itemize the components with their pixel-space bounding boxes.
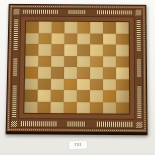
inlay-segment — [13, 59, 17, 76]
inlay-corner-motif — [11, 121, 17, 127]
board-square — [38, 78, 51, 90]
chess-board — [6, 4, 148, 135]
inner-frame — [18, 16, 135, 120]
board-square — [77, 102, 90, 114]
board-square — [26, 33, 39, 44]
board-square — [90, 56, 103, 67]
board-square — [90, 90, 103, 102]
board-square — [38, 44, 51, 55]
board-square — [116, 22, 129, 33]
lot-label-text: 731 — [74, 143, 82, 147]
board-square — [103, 44, 116, 55]
board-square — [116, 56, 129, 67]
board-square — [77, 56, 90, 67]
board-square — [51, 90, 64, 102]
board-square — [116, 90, 129, 102]
board-square — [103, 67, 116, 79]
board-square — [64, 67, 77, 79]
board-square — [77, 33, 90, 44]
board-square — [25, 44, 38, 55]
board-square — [116, 67, 129, 79]
board-square — [37, 101, 50, 113]
board-square — [90, 67, 103, 79]
board-square — [26, 21, 39, 32]
board-square — [90, 102, 103, 114]
inlay-segment — [67, 121, 85, 126]
inlay-segment — [24, 10, 59, 14]
board-square — [25, 55, 38, 66]
board-square — [25, 67, 38, 79]
inlay-segment — [137, 19, 141, 50]
board-square — [103, 79, 116, 91]
board-square — [39, 22, 52, 33]
board-square — [103, 33, 116, 44]
board-square — [38, 90, 51, 102]
inlay-segment — [97, 10, 132, 14]
board-square — [51, 33, 64, 44]
board-square — [50, 101, 63, 113]
inlay-segment — [14, 18, 19, 49]
board-square — [52, 22, 65, 33]
inlay-corner-motif — [136, 122, 142, 128]
board-square — [64, 78, 77, 90]
photo-background: 731 — [0, 0, 155, 155]
inlay-corner-motif — [13, 9, 19, 15]
inlay-segment — [96, 122, 132, 127]
decorative-inlay-band — [10, 8, 144, 129]
board-square — [90, 79, 103, 91]
board-square — [103, 22, 116, 33]
inlay-segment — [21, 121, 57, 126]
board-square — [116, 102, 129, 114]
inlay-segment — [12, 85, 17, 118]
lot-label: 731 — [69, 141, 87, 150]
board-square — [51, 78, 64, 90]
board-square — [77, 22, 90, 33]
inlay-segment — [137, 86, 141, 119]
board-square — [51, 55, 64, 66]
board-square — [64, 90, 77, 102]
board-square — [116, 79, 129, 91]
board-square — [116, 33, 129, 44]
board-square — [24, 101, 37, 113]
board-square — [64, 33, 77, 44]
board-squares — [23, 20, 130, 114]
board-square — [24, 90, 37, 102]
board-square — [39, 33, 52, 44]
inlay-segment — [137, 60, 141, 77]
board-square — [77, 90, 90, 102]
board-square — [64, 22, 77, 33]
board-square — [38, 67, 51, 79]
board-square — [77, 44, 90, 55]
board-square — [51, 67, 64, 79]
board-square — [77, 78, 90, 90]
board-square — [25, 78, 38, 90]
board-square — [64, 56, 77, 67]
board-square — [103, 90, 116, 102]
board-square — [51, 44, 64, 55]
board-square — [90, 22, 103, 33]
inlay-corner-motif — [136, 10, 142, 16]
board-square — [90, 33, 103, 44]
board-square — [90, 44, 103, 55]
board-square — [64, 102, 77, 114]
board-square — [77, 67, 90, 79]
board-square — [64, 44, 77, 55]
board-square — [103, 56, 116, 67]
inlay-segment — [68, 10, 86, 14]
board-square — [103, 102, 116, 114]
board-square — [38, 55, 51, 66]
board-square — [116, 45, 129, 56]
